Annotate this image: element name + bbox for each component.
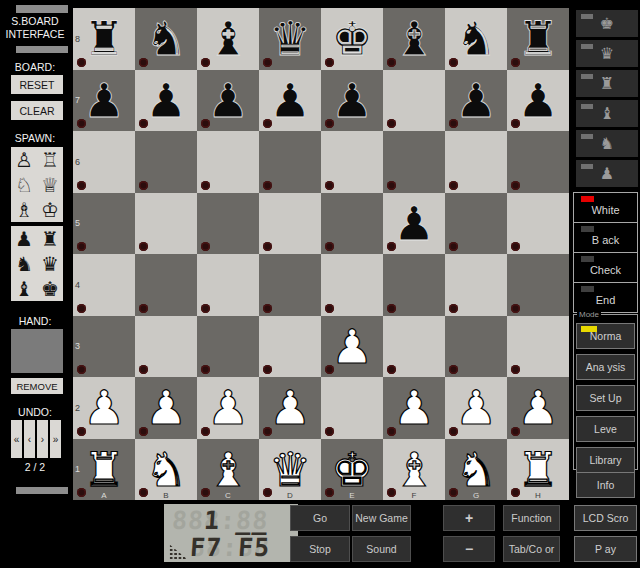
- square-led: [387, 365, 396, 374]
- minus-button[interactable]: −: [443, 536, 495, 562]
- plus-button[interactable]: +: [443, 505, 495, 531]
- square-c3[interactable]: [197, 316, 259, 378]
- mode-level-button[interactable]: Leve: [576, 416, 635, 442]
- square-led: [511, 365, 520, 374]
- divider-bar: [16, 5, 68, 13]
- mode-label-text: Set Up: [589, 392, 621, 404]
- square-g6[interactable]: [445, 131, 507, 193]
- status-led: [581, 286, 594, 292]
- square-led: [511, 304, 520, 313]
- lcd-display: 888:88 1 __ 88:88 F7 F5: [164, 504, 298, 562]
- square-h8[interactable]: ♜: [507, 8, 569, 70]
- square-led: [387, 119, 396, 128]
- square-led: [77, 242, 86, 251]
- status-end[interactable]: End: [574, 283, 637, 312]
- undo-section-label: UNDO:: [0, 406, 70, 418]
- square-led: [139, 181, 148, 190]
- square-led: [449, 181, 458, 190]
- square-d3[interactable]: [259, 316, 321, 378]
- square-b2[interactable]: ♟: [135, 377, 197, 439]
- piece-indicator-knight[interactable]: ♞: [576, 130, 638, 157]
- black-pawn[interactable]: ♟: [383, 193, 445, 255]
- spawn-white-queen[interactable]: ♕: [37, 172, 63, 197]
- square-led: [263, 304, 272, 313]
- square-a5[interactable]: 5: [73, 193, 135, 255]
- mode-analysis-button[interactable]: Ana ysis: [576, 354, 635, 380]
- status-white[interactable]: White: [574, 193, 637, 223]
- square-g4[interactable]: [445, 254, 507, 316]
- square-a6[interactable]: 6: [73, 131, 135, 193]
- piece-indicator-pawn[interactable]: ♟: [576, 160, 638, 187]
- divider-bar: [16, 487, 68, 494]
- black-rook[interactable]: ♜: [507, 8, 569, 70]
- white-pawn[interactable]: ♟: [259, 377, 321, 439]
- undo-first-button[interactable]: «: [11, 420, 22, 458]
- square-e2[interactable]: [321, 377, 383, 439]
- black-pawn[interactable]: ♟: [507, 70, 569, 132]
- square-led: [449, 365, 458, 374]
- square-e1[interactable]: E♚: [321, 439, 383, 501]
- square-c7[interactable]: ♟: [197, 70, 259, 132]
- white-queen[interactable]: ♛: [259, 439, 321, 501]
- white-pawn[interactable]: ♟: [197, 377, 259, 439]
- lcd-move-number: 1 __: [171, 506, 269, 535]
- undo-back-button[interactable]: ‹: [24, 420, 35, 458]
- queen-icon: ♛: [576, 40, 638, 67]
- square-f4[interactable]: [383, 254, 445, 316]
- square-h1[interactable]: H♜: [507, 439, 569, 501]
- piece-indicator-bishop[interactable]: ♝: [576, 100, 638, 127]
- square-h3[interactable]: [507, 316, 569, 378]
- tab-color-button[interactable]: Tab/Co or: [503, 536, 560, 562]
- square-f2[interactable]: ♟: [383, 377, 445, 439]
- square-c1[interactable]: C♝: [197, 439, 259, 501]
- square-led: [387, 304, 396, 313]
- square-f8[interactable]: ♝: [383, 8, 445, 70]
- square-led: [201, 304, 210, 313]
- square-f6[interactable]: [383, 131, 445, 193]
- square-led: [387, 181, 396, 190]
- square-d5[interactable]: [259, 193, 321, 255]
- white-pawn[interactable]: ♟: [507, 377, 569, 439]
- redo-last-button[interactable]: »: [50, 420, 61, 458]
- square-led: [449, 304, 458, 313]
- square-h2[interactable]: ♟: [507, 377, 569, 439]
- square-led: [511, 181, 520, 190]
- mode-normal-button[interactable]: Norma: [576, 323, 635, 349]
- square-led: [511, 242, 520, 251]
- spawn-black-queen[interactable]: ♛: [37, 251, 63, 276]
- piece-indicator-column: ♚♛♜♝♞♟: [576, 10, 638, 190]
- square-led: [325, 427, 334, 436]
- white-rook[interactable]: ♜: [507, 439, 569, 501]
- square-d8[interactable]: ♛: [259, 8, 321, 70]
- piece-indicator-rook[interactable]: ♜: [576, 70, 638, 97]
- square-c4[interactable]: [197, 254, 259, 316]
- square-c2[interactable]: ♟: [197, 377, 259, 439]
- status-label: White: [574, 204, 637, 216]
- white-pawn[interactable]: ♟: [383, 377, 445, 439]
- status-group: WhiteB ackCheckEnd: [573, 192, 638, 313]
- square-d1[interactable]: D♛: [259, 439, 321, 501]
- black-knight[interactable]: ♞: [445, 8, 507, 70]
- square-led: [77, 181, 86, 190]
- sound-button[interactable]: Sound: [352, 536, 411, 562]
- board-section-label: BOARD:: [0, 61, 70, 73]
- square-g1[interactable]: G♞: [445, 439, 507, 501]
- square-a3[interactable]: 3: [73, 316, 135, 378]
- mode-label-text: Ana ysis: [586, 361, 626, 373]
- square-f1[interactable]: F♝: [383, 439, 445, 501]
- square-a8[interactable]: 8♜: [73, 8, 135, 70]
- square-h7[interactable]: ♟: [507, 70, 569, 132]
- status-label: Check: [574, 264, 637, 276]
- spawn-section-label: SPAWN:: [0, 132, 70, 144]
- square-g2[interactable]: ♟: [445, 377, 507, 439]
- rank-label: 4: [75, 280, 80, 290]
- square-e7[interactable]: ♟: [321, 70, 383, 132]
- status-led: [581, 196, 594, 202]
- square-a1[interactable]: 1A♜: [73, 439, 135, 501]
- bishop-icon: ♝: [576, 100, 638, 127]
- square-f7[interactable]: [383, 70, 445, 132]
- square-led: [139, 365, 148, 374]
- status-label: B ack: [574, 234, 637, 246]
- white-knight[interactable]: ♞: [135, 439, 197, 501]
- spawn-black-tray: ♟♜♞♛♝♚: [11, 226, 63, 301]
- white-pawn[interactable]: ♟: [135, 377, 197, 439]
- square-b5[interactable]: [135, 193, 197, 255]
- white-pawn[interactable]: ♟: [73, 377, 135, 439]
- app-title-line1: S.BOARD: [0, 15, 70, 28]
- lcd-top-row: 888:88 1 __: [171, 508, 269, 533]
- white-bishop[interactable]: ♝: [383, 439, 445, 501]
- status-check[interactable]: Check: [574, 253, 637, 283]
- square-led: [139, 304, 148, 313]
- status-black[interactable]: B ack: [574, 223, 637, 253]
- lcd-bottom-row: 88:88 F7 F5: [189, 535, 271, 560]
- square-e3[interactable]: ♟: [321, 316, 383, 378]
- spawn-white-king[interactable]: ♔: [37, 197, 63, 222]
- spawn-white-knight[interactable]: ♘: [11, 172, 37, 197]
- square-led: [325, 242, 334, 251]
- app-title-line2: INTERFACE: [0, 28, 70, 41]
- black-pawn[interactable]: ♟: [259, 70, 321, 132]
- square-c5[interactable]: [197, 193, 259, 255]
- undo-controls: «‹›»: [11, 420, 61, 458]
- square-led: [449, 242, 458, 251]
- square-led: [263, 242, 272, 251]
- lcd-last-move: F7 F5: [189, 533, 271, 562]
- undo-counter: 2 / 2: [0, 461, 70, 473]
- knight-icon: ♞: [576, 130, 638, 157]
- remove-button[interactable]: REMOVE: [11, 378, 63, 394]
- square-g3[interactable]: [445, 316, 507, 378]
- rank-label: 3: [75, 341, 80, 351]
- black-pawn[interactable]: ♟: [321, 70, 383, 132]
- square-b3[interactable]: [135, 316, 197, 378]
- square-g7[interactable]: ♟: [445, 70, 507, 132]
- square-e8[interactable]: ♚: [321, 8, 383, 70]
- status-led: [581, 256, 594, 262]
- mode-group: Mode NormaAna ysisSet UpLeveLibrary: [573, 314, 638, 470]
- mode-label-text: Leve: [594, 423, 617, 435]
- square-led: [201, 181, 210, 190]
- chess-board: 8♜♞♝♛♚♝♞♜7♟♟♟♟♟♟♟65♟43♟2♟♟♟♟♟♟♟1A♜B♞C♝D♛…: [73, 8, 569, 500]
- square-d4[interactable]: [259, 254, 321, 316]
- spawn-white-rook[interactable]: ♖: [37, 147, 63, 172]
- square-h5[interactable]: [507, 193, 569, 255]
- right-panel: ♚♛♜♝♞♟ WhiteB ackCheckEnd Mode NormaAna …: [573, 0, 638, 568]
- white-pawn[interactable]: ♟: [445, 377, 507, 439]
- square-b1[interactable]: B♞: [135, 439, 197, 501]
- square-f3[interactable]: [383, 316, 445, 378]
- black-pawn[interactable]: ♟: [135, 70, 197, 132]
- white-rook[interactable]: ♜: [73, 439, 135, 501]
- square-d6[interactable]: [259, 131, 321, 193]
- play-button[interactable]: P ay: [574, 536, 637, 562]
- square-d7[interactable]: ♟: [259, 70, 321, 132]
- app-title: S.BOARD INTERFACE: [0, 15, 70, 41]
- spawn-white-pawn[interactable]: ♙: [11, 147, 37, 172]
- black-bishop[interactable]: ♝: [383, 8, 445, 70]
- spawn-black-pawn[interactable]: ♟: [11, 226, 37, 251]
- square-a4[interactable]: 4: [73, 254, 135, 316]
- spawn-white-bishop[interactable]: ♗: [11, 197, 37, 222]
- square-b7[interactable]: ♟: [135, 70, 197, 132]
- square-b8[interactable]: ♞: [135, 8, 197, 70]
- piece-indicator-king[interactable]: ♚: [576, 10, 638, 37]
- function-button[interactable]: Function: [503, 505, 560, 531]
- square-led: [77, 304, 86, 313]
- square-g8[interactable]: ♞: [445, 8, 507, 70]
- clear-button[interactable]: CLEAR: [11, 101, 63, 120]
- square-e6[interactable]: [321, 131, 383, 193]
- mode-library-button[interactable]: Library: [576, 447, 635, 473]
- white-king[interactable]: ♚: [321, 439, 383, 501]
- square-led: [139, 242, 148, 251]
- black-rook[interactable]: ♜: [73, 8, 135, 70]
- square-h6[interactable]: [507, 131, 569, 193]
- stop-button[interactable]: Stop: [290, 536, 350, 562]
- square-led: [263, 365, 272, 374]
- piece-indicator-queen[interactable]: ♛: [576, 40, 638, 67]
- status-label: End: [574, 294, 637, 306]
- divider-bar: [16, 46, 68, 53]
- white-knight[interactable]: ♞: [445, 439, 507, 501]
- black-pawn[interactable]: ♟: [73, 70, 135, 132]
- spawn-black-king[interactable]: ♚: [37, 276, 63, 301]
- hand-box: [11, 329, 63, 373]
- square-e4[interactable]: [321, 254, 383, 316]
- square-led: [325, 181, 334, 190]
- black-knight[interactable]: ♞: [135, 8, 197, 70]
- king-icon: ♚: [576, 10, 638, 37]
- square-led: [201, 242, 210, 251]
- new-game-button[interactable]: New Game: [352, 505, 411, 531]
- black-bishop[interactable]: ♝: [197, 8, 259, 70]
- black-pawn[interactable]: ♟: [197, 70, 259, 132]
- square-a7[interactable]: 7♟: [73, 70, 135, 132]
- spawn-black-knight[interactable]: ♞: [11, 251, 37, 276]
- rank-label: 6: [75, 157, 80, 167]
- go-button[interactable]: Go: [290, 505, 350, 531]
- white-bishop[interactable]: ♝: [197, 439, 259, 501]
- hand-section-label: HAND:: [0, 315, 70, 327]
- redo-forward-button[interactable]: ›: [37, 420, 48, 458]
- white-pawn[interactable]: ♟: [321, 316, 383, 378]
- spawn-white-tray: ♙♖♘♕♗♔: [11, 147, 63, 222]
- black-pawn[interactable]: ♟: [445, 70, 507, 132]
- square-c6[interactable]: [197, 131, 259, 193]
- lcd-dots-icon: [169, 544, 187, 559]
- square-b6[interactable]: [135, 131, 197, 193]
- status-led: [581, 226, 594, 232]
- square-led: [263, 181, 272, 190]
- pawn-icon: ♟: [576, 160, 638, 187]
- square-led: [201, 365, 210, 374]
- square-c8[interactable]: ♝: [197, 8, 259, 70]
- black-king[interactable]: ♚: [321, 8, 383, 70]
- mode-group-label: Mode: [577, 310, 601, 319]
- square-led: [77, 365, 86, 374]
- square-a2[interactable]: 2♟: [73, 377, 135, 439]
- reset-button[interactable]: RESET: [11, 75, 63, 94]
- square-e5[interactable]: [321, 193, 383, 255]
- square-d2[interactable]: ♟: [259, 377, 321, 439]
- rank-label: 5: [75, 218, 80, 228]
- square-h4[interactable]: [507, 254, 569, 316]
- black-queen[interactable]: ♛: [259, 8, 321, 70]
- square-b4[interactable]: [135, 254, 197, 316]
- mode-led: [581, 326, 597, 332]
- rook-icon: ♜: [576, 70, 638, 97]
- info-button[interactable]: Info: [576, 472, 635, 498]
- mode-setup-button[interactable]: Set Up: [576, 385, 635, 411]
- lcd-scroll-button[interactable]: LCD Scro: [574, 505, 637, 531]
- mode-label-text: Library: [589, 454, 621, 466]
- spawn-black-bishop[interactable]: ♝: [11, 276, 37, 301]
- square-led: [325, 304, 334, 313]
- square-f5[interactable]: ♟: [383, 193, 445, 255]
- square-g5[interactable]: [445, 193, 507, 255]
- left-panel: S.BOARD INTERFACE BOARD: RESET CLEAR SPA…: [0, 0, 70, 568]
- spawn-black-rook[interactable]: ♜: [37, 226, 63, 251]
